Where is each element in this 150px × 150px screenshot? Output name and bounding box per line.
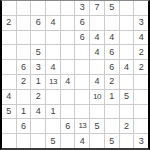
grid-cell-clue[interactable]: 1 xyxy=(105,90,119,104)
grid-cell[interactable] xyxy=(2,45,16,59)
grid-cell-clue[interactable]: 2 xyxy=(105,75,119,89)
grid-cell[interactable] xyxy=(2,31,16,45)
grid-cell-clue[interactable]: 6 xyxy=(75,31,89,45)
grid-cell[interactable] xyxy=(75,60,89,74)
grid-cell-clue[interactable]: 1 xyxy=(31,75,45,89)
grid-cell[interactable] xyxy=(61,105,75,119)
grid-cell[interactable] xyxy=(75,75,89,89)
grid-cell[interactable] xyxy=(46,31,60,45)
grid-cell[interactable] xyxy=(61,90,75,104)
grid-cell[interactable] xyxy=(17,45,31,59)
grid-cell[interactable] xyxy=(2,119,16,133)
grid-cell[interactable] xyxy=(105,119,119,133)
grid-cell-clue[interactable]: 1 xyxy=(46,105,60,119)
grid-cell-clue[interactable]: 4 xyxy=(105,31,119,45)
grid-cell-clue[interactable]: 2 xyxy=(2,16,16,30)
grid-cell[interactable] xyxy=(61,134,75,148)
grid-cell-clue[interactable]: 3 xyxy=(75,1,89,15)
grid-cell[interactable] xyxy=(31,134,45,148)
grid-cell[interactable] xyxy=(61,60,75,74)
grid-cell[interactable] xyxy=(31,31,45,45)
grid-cell-clue[interactable]: 6 xyxy=(105,60,119,74)
grid-cell-clue[interactable]: 5 xyxy=(46,134,60,148)
grid-cell[interactable] xyxy=(105,105,119,119)
grid-cell[interactable] xyxy=(120,1,134,15)
grid-cell-clue[interactable]: 3 xyxy=(31,60,45,74)
grid-cell[interactable] xyxy=(105,16,119,30)
grid-cell-clue[interactable]: 5 xyxy=(105,1,119,15)
grid-cell[interactable] xyxy=(120,75,134,89)
grid-cell-clue[interactable]: 5 xyxy=(90,119,104,133)
grid-cell[interactable] xyxy=(75,45,89,59)
grid-cell-clue[interactable]: 4 xyxy=(75,134,89,148)
grid-cell[interactable] xyxy=(17,31,31,45)
grid-cell[interactable] xyxy=(17,134,31,148)
grid-cell[interactable] xyxy=(31,119,45,133)
grid-cell-clue[interactable]: 2 xyxy=(31,90,45,104)
grid-cell[interactable] xyxy=(120,105,134,119)
grid-cell[interactable] xyxy=(75,105,89,119)
grid-cell[interactable] xyxy=(2,60,16,74)
grid-cell-clue[interactable]: 4 xyxy=(134,31,148,45)
grid-cell[interactable] xyxy=(134,90,148,104)
grid-cell-clue[interactable]: 4 xyxy=(46,16,60,30)
grid-cell-clue[interactable]: 6 xyxy=(31,16,45,30)
grid-cell-clue[interactable]: 4 xyxy=(90,31,104,45)
grid-cell[interactable] xyxy=(17,16,31,30)
grid-cell-clue[interactable]: 10 xyxy=(90,90,104,104)
grid-cell[interactable] xyxy=(46,119,60,133)
grid-cell-clue[interactable]: 6 xyxy=(105,45,119,59)
grid-cell[interactable] xyxy=(134,1,148,15)
grid-cell-clue[interactable]: 4 xyxy=(90,45,104,59)
grid-cell-clue[interactable]: 4 xyxy=(46,60,60,74)
grid-cell-clue[interactable]: 6 xyxy=(75,16,89,30)
grid-cell-clue[interactable]: 5 xyxy=(31,45,45,59)
grid-cell[interactable] xyxy=(31,1,45,15)
grid-cell[interactable] xyxy=(2,134,16,148)
grid-cell-clue[interactable]: 1 xyxy=(17,105,31,119)
grid-cell[interactable] xyxy=(46,45,60,59)
grid-cell[interactable] xyxy=(2,1,16,15)
grid-cell[interactable] xyxy=(17,1,31,15)
grid-cell[interactable] xyxy=(61,16,75,30)
grid-cell[interactable] xyxy=(120,31,134,45)
grid-cell-clue[interactable]: 6 xyxy=(61,119,75,133)
grid-cell[interactable] xyxy=(46,1,60,15)
grid-cell[interactable] xyxy=(120,134,134,148)
grid-cell[interactable] xyxy=(17,90,31,104)
grid-cell[interactable] xyxy=(61,45,75,59)
grid-cell-clue[interactable]: 4 xyxy=(120,60,134,74)
grid-cell[interactable] xyxy=(61,31,75,45)
grid-cell[interactable] xyxy=(90,134,104,148)
grid-cell[interactable] xyxy=(90,105,104,119)
grid-cell-clue[interactable]: 3 xyxy=(134,16,148,30)
grid-cell-clue[interactable]: 4 xyxy=(90,75,104,89)
grid-cell-clue[interactable]: 5 xyxy=(2,105,16,119)
grid-cell[interactable] xyxy=(134,119,148,133)
grid-cell[interactable] xyxy=(120,45,134,59)
grid-cell[interactable] xyxy=(134,105,148,119)
grid-cell-clue[interactable]: 2 xyxy=(134,45,148,59)
grid-cell-clue[interactable]: 13 xyxy=(75,119,89,133)
grid-cell[interactable] xyxy=(2,75,16,89)
grid-cell-clue[interactable]: 13 xyxy=(46,75,60,89)
grid-cell-clue[interactable]: 5 xyxy=(120,90,134,104)
grid-cell-clue[interactable]: 7 xyxy=(90,1,104,15)
grid-cell-clue[interactable]: 3 xyxy=(134,134,148,148)
grid-cell-clue[interactable]: 4 xyxy=(2,90,16,104)
grid-cell[interactable] xyxy=(90,16,104,30)
grid-cell[interactable] xyxy=(120,16,134,30)
grid-cell[interactable] xyxy=(61,1,75,15)
grid-cell-clue[interactable]: 2 xyxy=(134,60,148,74)
grid-cell-clue[interactable]: 2 xyxy=(120,119,134,133)
grid-cell-clue[interactable]: 6 xyxy=(17,119,31,133)
grid-cell[interactable] xyxy=(46,90,60,104)
grid-cell[interactable] xyxy=(134,75,148,89)
puzzle-board: 3752646364445462634642211344242101551416… xyxy=(0,0,150,150)
grid-cell-clue[interactable]: 2 xyxy=(17,75,31,89)
grid-cell-clue[interactable]: 4 xyxy=(61,75,75,89)
grid-cell-clue[interactable]: 6 xyxy=(17,60,31,74)
grid-cell[interactable] xyxy=(90,60,104,74)
grid-cell-clue[interactable]: 5 xyxy=(105,134,119,148)
grid-cell-clue[interactable]: 4 xyxy=(31,105,45,119)
grid-cell[interactable] xyxy=(75,90,89,104)
